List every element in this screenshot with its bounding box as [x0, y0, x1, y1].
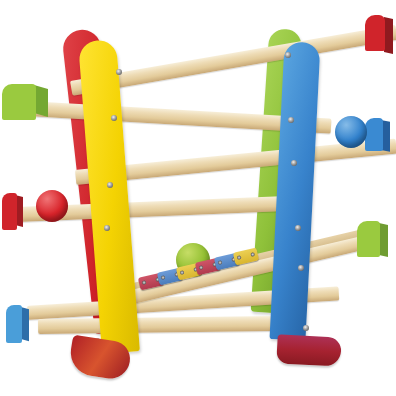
toy-marble-run-photo	[0, 0, 396, 396]
screw-blue-4	[295, 225, 301, 231]
end-cap-red-top-right	[365, 15, 385, 51]
end-cap-blue-right	[365, 118, 383, 151]
screw-blue-3	[291, 160, 297, 166]
end-cap-green-right-side	[379, 223, 388, 257]
end-cap-blue-left	[6, 305, 22, 343]
foot-right	[276, 334, 341, 366]
screw-blue-6	[303, 325, 309, 331]
end-cap-green-left	[2, 84, 36, 120]
base-beam	[38, 316, 296, 334]
end-cap-blue-right-side	[382, 120, 390, 152]
ball-blue	[335, 116, 367, 148]
screw-blue-2	[288, 117, 294, 123]
screw-yellow-1	[116, 69, 122, 75]
end-cap-green-right	[357, 221, 380, 257]
screw-blue-1	[285, 52, 291, 58]
end-cap-red-left	[2, 193, 17, 230]
screw-blue-5	[298, 265, 304, 271]
screw-yellow-4	[104, 225, 110, 231]
end-cap-green-left-side	[34, 85, 48, 117]
ball-red	[36, 190, 68, 222]
screw-yellow-2	[111, 115, 117, 121]
screw-yellow-3	[107, 182, 113, 188]
end-cap-red-top-right-side	[384, 17, 393, 54]
